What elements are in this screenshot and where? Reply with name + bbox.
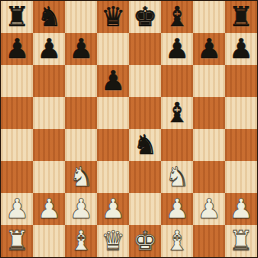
square-c1[interactable]: ♝ — [65, 225, 97, 257]
square-e8[interactable]: ♚ — [129, 1, 161, 33]
square-g4[interactable] — [193, 129, 225, 161]
black-pawn: ♟ — [37, 35, 61, 62]
black-pawn: ♟ — [101, 67, 125, 94]
square-g1[interactable] — [193, 225, 225, 257]
square-h3[interactable] — [225, 161, 257, 193]
square-f6[interactable] — [161, 65, 193, 97]
square-c5[interactable] — [65, 97, 97, 129]
black-pawn: ♟ — [197, 35, 221, 62]
square-b4[interactable] — [33, 129, 65, 161]
square-c3[interactable]: ♞ — [65, 161, 97, 193]
white-pawn: ♟ — [37, 195, 61, 222]
square-a8[interactable]: ♜ — [1, 1, 33, 33]
square-h2[interactable]: ♟ — [225, 193, 257, 225]
white-pawn: ♟ — [165, 195, 189, 222]
square-a1[interactable]: ♜ — [1, 225, 33, 257]
black-pawn: ♟ — [69, 35, 93, 62]
square-d2[interactable]: ♟ — [97, 193, 129, 225]
square-h4[interactable] — [225, 129, 257, 161]
square-e7[interactable] — [129, 33, 161, 65]
square-c4[interactable] — [65, 129, 97, 161]
square-f8[interactable]: ♝ — [161, 1, 193, 33]
white-pawn: ♟ — [197, 195, 221, 222]
white-knight: ♞ — [69, 163, 93, 190]
square-d6[interactable]: ♟ — [97, 65, 129, 97]
square-d3[interactable] — [97, 161, 129, 193]
square-b8[interactable]: ♞ — [33, 1, 65, 33]
white-bishop: ♝ — [165, 227, 189, 254]
square-c7[interactable]: ♟ — [65, 33, 97, 65]
square-b1[interactable] — [33, 225, 65, 257]
black-pawn: ♟ — [229, 35, 253, 62]
square-e5[interactable] — [129, 97, 161, 129]
square-b3[interactable] — [33, 161, 65, 193]
square-d1[interactable]: ♛ — [97, 225, 129, 257]
square-g3[interactable] — [193, 161, 225, 193]
square-g6[interactable] — [193, 65, 225, 97]
white-pawn: ♟ — [229, 195, 253, 222]
black-rook: ♜ — [229, 3, 253, 30]
square-e4[interactable]: ♞ — [129, 129, 161, 161]
square-g2[interactable]: ♟ — [193, 193, 225, 225]
square-d5[interactable] — [97, 97, 129, 129]
white-knight: ♞ — [165, 163, 189, 190]
black-queen: ♛ — [101, 3, 125, 30]
black-bishop: ♝ — [165, 3, 189, 30]
square-f7[interactable]: ♟ — [161, 33, 193, 65]
square-f2[interactable]: ♟ — [161, 193, 193, 225]
black-king: ♚ — [133, 3, 157, 30]
square-h7[interactable]: ♟ — [225, 33, 257, 65]
black-pawn: ♟ — [5, 35, 29, 62]
square-h5[interactable] — [225, 97, 257, 129]
square-g8[interactable] — [193, 1, 225, 33]
square-a3[interactable] — [1, 161, 33, 193]
square-b2[interactable]: ♟ — [33, 193, 65, 225]
white-pawn: ♟ — [101, 195, 125, 222]
black-bishop: ♝ — [165, 99, 189, 126]
square-f4[interactable] — [161, 129, 193, 161]
square-g7[interactable]: ♟ — [193, 33, 225, 65]
board-frame: ♜♞♛♚♝♜♟♟♟♟♟♟♟♝♞♞♞♟♟♟♟♟♟♟♜♝♛♚♝♜ — [0, 0, 258, 258]
square-e6[interactable] — [129, 65, 161, 97]
square-d7[interactable] — [97, 33, 129, 65]
square-b5[interactable] — [33, 97, 65, 129]
chess-board: ♜♞♛♚♝♜♟♟♟♟♟♟♟♝♞♞♞♟♟♟♟♟♟♟♜♝♛♚♝♜ — [1, 1, 257, 257]
square-f3[interactable]: ♞ — [161, 161, 193, 193]
square-h6[interactable] — [225, 65, 257, 97]
square-c8[interactable] — [65, 1, 97, 33]
square-c2[interactable]: ♟ — [65, 193, 97, 225]
white-pawn: ♟ — [5, 195, 29, 222]
square-h8[interactable]: ♜ — [225, 1, 257, 33]
white-king: ♚ — [133, 227, 157, 254]
square-b6[interactable] — [33, 65, 65, 97]
square-f1[interactable]: ♝ — [161, 225, 193, 257]
white-rook: ♜ — [5, 227, 29, 254]
square-a4[interactable] — [1, 129, 33, 161]
square-a6[interactable] — [1, 65, 33, 97]
square-b7[interactable]: ♟ — [33, 33, 65, 65]
square-d4[interactable] — [97, 129, 129, 161]
square-a2[interactable]: ♟ — [1, 193, 33, 225]
square-c6[interactable] — [65, 65, 97, 97]
square-h1[interactable]: ♜ — [225, 225, 257, 257]
square-d8[interactable]: ♛ — [97, 1, 129, 33]
black-rook: ♜ — [5, 3, 29, 30]
square-e3[interactable] — [129, 161, 161, 193]
square-a5[interactable] — [1, 97, 33, 129]
square-f5[interactable]: ♝ — [161, 97, 193, 129]
square-a7[interactable]: ♟ — [1, 33, 33, 65]
white-bishop: ♝ — [69, 227, 93, 254]
white-rook: ♜ — [229, 227, 253, 254]
white-queen: ♛ — [101, 227, 125, 254]
square-e2[interactable] — [129, 193, 161, 225]
square-g5[interactable] — [193, 97, 225, 129]
white-pawn: ♟ — [69, 195, 93, 222]
black-knight: ♞ — [133, 131, 157, 158]
black-pawn: ♟ — [165, 35, 189, 62]
black-knight: ♞ — [37, 3, 61, 30]
square-e1[interactable]: ♚ — [129, 225, 161, 257]
